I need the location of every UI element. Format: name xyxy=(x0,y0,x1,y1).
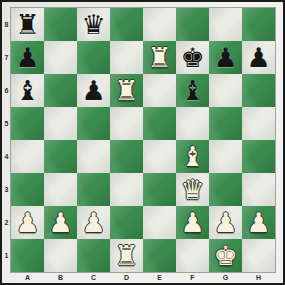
square-a5[interactable] xyxy=(11,107,44,140)
white-rook-icon: ♜ xyxy=(147,41,171,74)
file-label-f: F xyxy=(176,272,209,283)
square-h4[interactable] xyxy=(242,140,275,173)
black-pawn-icon: ♟ xyxy=(15,41,39,74)
square-h5[interactable] xyxy=(242,107,275,140)
square-c1[interactable] xyxy=(77,239,110,272)
square-h7[interactable]: ♟ xyxy=(242,41,275,74)
square-d4[interactable] xyxy=(110,140,143,173)
square-g4[interactable] xyxy=(209,140,242,173)
square-f1[interactable] xyxy=(176,239,209,272)
square-e2[interactable] xyxy=(143,206,176,239)
rank-label-1: 1 xyxy=(2,239,11,272)
white-pawn-icon: ♟ xyxy=(180,206,204,239)
chessboard-frame: 87654321 ♜♛♟♜♚♟♟♝♟♜♝♝♛♟♟♟♟♟♟♜♚ ABCDEFGH xyxy=(0,0,285,285)
square-a8[interactable]: ♜ xyxy=(11,8,44,41)
white-pawn-icon: ♟ xyxy=(15,206,39,239)
black-pawn-icon: ♟ xyxy=(213,41,237,74)
square-h1[interactable] xyxy=(242,239,275,272)
file-labels: ABCDEFGH xyxy=(11,272,275,283)
chess-board[interactable]: ♜♛♟♜♚♟♟♝♟♜♝♝♛♟♟♟♟♟♟♜♚ xyxy=(11,8,275,272)
square-f3[interactable]: ♛ xyxy=(176,173,209,206)
square-a1[interactable] xyxy=(11,239,44,272)
file-label-h: H xyxy=(242,272,275,283)
black-pawn-icon: ♟ xyxy=(81,74,105,107)
rank-label-8: 8 xyxy=(2,8,11,41)
square-d8[interactable] xyxy=(110,8,143,41)
white-bishop-icon: ♝ xyxy=(180,140,204,173)
black-king-icon: ♚ xyxy=(180,41,204,74)
square-g2[interactable]: ♟ xyxy=(209,206,242,239)
square-b1[interactable] xyxy=(44,239,77,272)
square-e7[interactable]: ♜ xyxy=(143,41,176,74)
square-b8[interactable] xyxy=(44,8,77,41)
rank-labels: 87654321 xyxy=(2,8,11,272)
square-b7[interactable] xyxy=(44,41,77,74)
square-f7[interactable]: ♚ xyxy=(176,41,209,74)
square-f5[interactable] xyxy=(176,107,209,140)
rank-label-4: 4 xyxy=(2,140,11,173)
square-g8[interactable] xyxy=(209,8,242,41)
rank-label-7: 7 xyxy=(2,41,11,74)
square-g1[interactable]: ♚ xyxy=(209,239,242,272)
square-e4[interactable] xyxy=(143,140,176,173)
square-h2[interactable]: ♟ xyxy=(242,206,275,239)
white-queen-icon: ♛ xyxy=(180,173,204,206)
square-c4[interactable] xyxy=(77,140,110,173)
square-b4[interactable] xyxy=(44,140,77,173)
rank-label-3: 3 xyxy=(2,173,11,206)
black-rook-icon: ♜ xyxy=(15,8,39,41)
square-g3[interactable] xyxy=(209,173,242,206)
square-f2[interactable]: ♟ xyxy=(176,206,209,239)
rank-label-2: 2 xyxy=(2,206,11,239)
rank-label-6: 6 xyxy=(2,74,11,107)
square-b6[interactable] xyxy=(44,74,77,107)
square-h6[interactable] xyxy=(242,74,275,107)
white-pawn-icon: ♟ xyxy=(48,206,72,239)
square-e3[interactable] xyxy=(143,173,176,206)
square-g7[interactable]: ♟ xyxy=(209,41,242,74)
black-queen-icon: ♛ xyxy=(81,8,105,41)
square-d5[interactable] xyxy=(110,107,143,140)
file-label-c: C xyxy=(77,272,110,283)
square-b2[interactable]: ♟ xyxy=(44,206,77,239)
square-f8[interactable] xyxy=(176,8,209,41)
square-f6[interactable]: ♝ xyxy=(176,74,209,107)
white-rook-icon: ♜ xyxy=(114,239,138,272)
white-pawn-icon: ♟ xyxy=(246,206,270,239)
square-a4[interactable] xyxy=(11,140,44,173)
white-king-icon: ♚ xyxy=(213,239,237,272)
file-label-a: A xyxy=(11,272,44,283)
white-pawn-icon: ♟ xyxy=(213,206,237,239)
square-d6[interactable]: ♜ xyxy=(110,74,143,107)
square-c7[interactable] xyxy=(77,41,110,74)
black-bishop-icon: ♝ xyxy=(15,74,39,107)
file-label-b: B xyxy=(44,272,77,283)
square-c8[interactable]: ♛ xyxy=(77,8,110,41)
black-pawn-icon: ♟ xyxy=(246,41,270,74)
square-g6[interactable] xyxy=(209,74,242,107)
square-c6[interactable]: ♟ xyxy=(77,74,110,107)
square-c2[interactable]: ♟ xyxy=(77,206,110,239)
square-h3[interactable] xyxy=(242,173,275,206)
square-b3[interactable] xyxy=(44,173,77,206)
square-d1[interactable]: ♜ xyxy=(110,239,143,272)
square-h8[interactable] xyxy=(242,8,275,41)
rank-label-5: 5 xyxy=(2,107,11,140)
square-a6[interactable]: ♝ xyxy=(11,74,44,107)
square-b5[interactable] xyxy=(44,107,77,140)
square-d3[interactable] xyxy=(110,173,143,206)
square-e5[interactable] xyxy=(143,107,176,140)
square-c3[interactable] xyxy=(77,173,110,206)
square-e8[interactable] xyxy=(143,8,176,41)
black-bishop-icon: ♝ xyxy=(180,74,204,107)
square-a3[interactable] xyxy=(11,173,44,206)
square-a2[interactable]: ♟ xyxy=(11,206,44,239)
square-e6[interactable] xyxy=(143,74,176,107)
file-label-e: E xyxy=(143,272,176,283)
square-c5[interactable] xyxy=(77,107,110,140)
square-a7[interactable]: ♟ xyxy=(11,41,44,74)
square-f4[interactable]: ♝ xyxy=(176,140,209,173)
white-pawn-icon: ♟ xyxy=(81,206,105,239)
square-e1[interactable] xyxy=(143,239,176,272)
square-d7[interactable] xyxy=(110,41,143,74)
file-label-d: D xyxy=(110,272,143,283)
square-d2[interactable] xyxy=(110,206,143,239)
white-rook-icon: ♜ xyxy=(114,74,138,107)
square-g5[interactable] xyxy=(209,107,242,140)
file-label-g: G xyxy=(209,272,242,283)
